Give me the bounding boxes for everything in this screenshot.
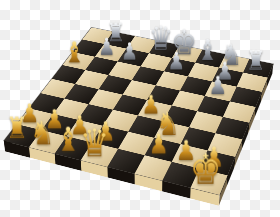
- piece-anchor-a6: ♝: [63, 52, 95, 70]
- gold-rook-a1[interactable]: ♜: [6, 113, 29, 143]
- silver-pawn-b7[interactable]: ♟: [98, 34, 116, 57]
- piece-anchor-g6: ♟: [205, 81, 237, 101]
- gold-bishop-a6[interactable]: ♝: [63, 37, 85, 66]
- gold-knight-b1[interactable]: ♞: [30, 116, 55, 149]
- gold-king-h1[interactable]: ♚: [190, 147, 222, 189]
- gold-pawn-f2[interactable]: ♟: [148, 130, 168, 157]
- silver-pawn-g6[interactable]: ♟: [208, 72, 227, 97]
- gold-queen-d1[interactable]: ♛: [80, 123, 109, 162]
- transparent-checker-background: ♜♛♚♝♞♜♟♟♟♟♟♝♟♞♟♟♟♟♟♟♟♜♞♝♛♚: [0, 0, 280, 217]
- silver-pawn-c7[interactable]: ♟: [121, 39, 139, 63]
- silver-rook-h8[interactable]: ♜: [246, 47, 266, 74]
- chess-board: ♜♛♚♝♞♜♟♟♟♟♟♝♟♞♟♟♟♟♟♟♟♜♞♝♛♚: [4, 27, 273, 194]
- piece-anchor-c7: ♟: [118, 48, 149, 66]
- silver-pawn-e7[interactable]: ♟: [167, 48, 185, 72]
- gold-bishop-c1[interactable]: ♝: [56, 122, 81, 155]
- board-scene: ♜♛♚♝♞♜♟♟♟♟♟♝♟♞♟♟♟♟♟♟♟♜♞♝♛♚: [0, 0, 280, 217]
